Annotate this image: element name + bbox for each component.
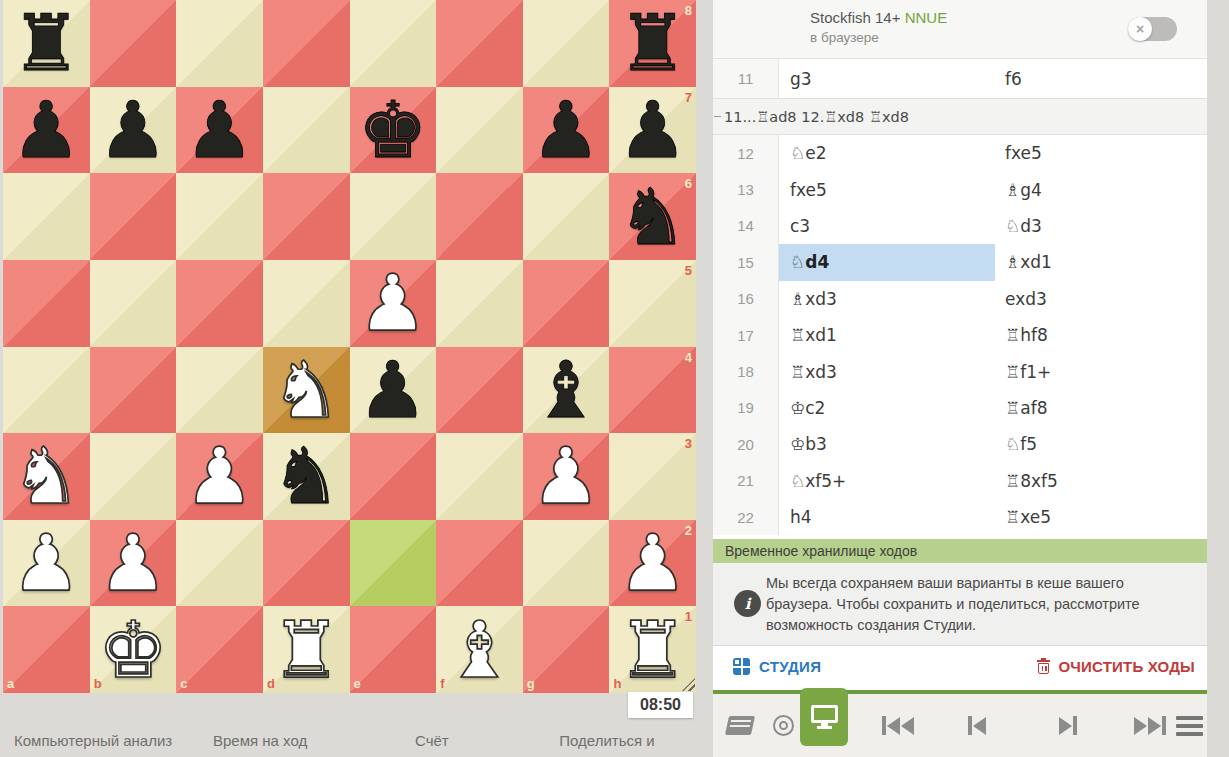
square-b6[interactable] bbox=[90, 173, 177, 260]
square-b3[interactable] bbox=[90, 433, 177, 520]
black-pawn[interactable]: ♟ bbox=[176, 87, 263, 174]
engine-title: Stockfish 14+ NNUE bbox=[810, 9, 947, 26]
square-d6[interactable] bbox=[263, 173, 350, 260]
square-c3[interactable]: ♟ bbox=[176, 433, 263, 520]
move-row-16: 16♗xd3exd3 bbox=[713, 281, 1207, 317]
move-row-19: 19♔c2♖af8 bbox=[713, 390, 1207, 426]
move-number: 17 bbox=[713, 317, 779, 353]
square-h2[interactable]: ♟2 bbox=[609, 520, 696, 607]
square-b4[interactable] bbox=[90, 347, 177, 434]
move-number: 21 bbox=[713, 463, 779, 499]
white-move-15[interactable]: ♘d4 bbox=[779, 244, 995, 280]
square-e6[interactable] bbox=[350, 173, 437, 260]
square-c5[interactable] bbox=[176, 260, 263, 347]
square-e2[interactable] bbox=[350, 520, 437, 607]
jump-to-end-button[interactable] bbox=[1133, 694, 1167, 757]
square-c4[interactable] bbox=[176, 347, 263, 434]
square-e7[interactable]: ♚ bbox=[350, 87, 437, 174]
tab-score[interactable]: Счёт bbox=[415, 731, 449, 750]
black-rook[interactable]: ♜ bbox=[609, 0, 696, 87]
square-d8[interactable] bbox=[263, 0, 350, 87]
clock-time: 08:50 bbox=[640, 696, 681, 714]
black-move-12[interactable]: fxe5 bbox=[995, 135, 1207, 171]
square-f7[interactable] bbox=[436, 87, 523, 174]
white-move-11[interactable]: g3 bbox=[779, 59, 995, 98]
menu-button[interactable] bbox=[1174, 694, 1204, 757]
square-h1[interactable]: ♜h1 bbox=[609, 606, 696, 693]
square-h6[interactable]: ♞6 bbox=[609, 173, 696, 260]
coord-file-b: b bbox=[94, 676, 102, 691]
square-a3[interactable]: ♞ bbox=[3, 433, 90, 520]
black-king[interactable]: ♚ bbox=[350, 87, 437, 174]
square-f1[interactable]: ♝f bbox=[436, 606, 523, 693]
move-number: 15 bbox=[713, 244, 779, 280]
target-icon bbox=[773, 715, 794, 736]
variation-tick bbox=[714, 116, 721, 118]
move-number: 18 bbox=[713, 353, 779, 389]
square-d2[interactable] bbox=[263, 520, 350, 607]
clear-moves-label: ОЧИСТИТЬ ХОДЫ bbox=[1058, 658, 1195, 675]
move-number: 16 bbox=[713, 281, 779, 317]
variation-line[interactable]: 11...♖ad8 12.♖xd8 ♖xd8 bbox=[713, 98, 1207, 135]
white-move-18[interactable]: ♖xd3 bbox=[779, 353, 995, 389]
white-move-14[interactable]: c3 bbox=[779, 208, 995, 244]
black-rook[interactable]: ♜ bbox=[3, 0, 90, 87]
white-move-20[interactable]: ♔b3 bbox=[779, 426, 995, 462]
move-number: 22 bbox=[713, 499, 779, 535]
black-move-22[interactable]: ♖xe5 bbox=[995, 499, 1207, 535]
toggle-x-icon: × bbox=[1136, 21, 1144, 37]
engine-header: Stockfish 14+ NNUE в браузере × bbox=[713, 0, 1207, 59]
next-move-button[interactable] bbox=[1056, 694, 1080, 757]
coord-file-g: g bbox=[527, 676, 535, 691]
studio-button[interactable]: СТУДИЯ bbox=[733, 658, 821, 675]
black-pawn[interactable]: ♟ bbox=[523, 87, 610, 174]
black-pawn[interactable]: ♟ bbox=[3, 87, 90, 174]
move-row-18: 18♖xd3♖f1+ bbox=[713, 353, 1207, 389]
square-c8[interactable] bbox=[176, 0, 263, 87]
square-f4[interactable] bbox=[436, 347, 523, 434]
black-move-15[interactable]: ♗xd1 bbox=[995, 244, 1207, 280]
clock: 08:50 bbox=[628, 692, 693, 718]
square-e1[interactable]: e bbox=[350, 606, 437, 693]
move-row-20: 20♔b3♘f5 bbox=[713, 426, 1207, 462]
engine-name: Stockfish 14+ bbox=[810, 9, 900, 26]
black-pawn[interactable]: ♟ bbox=[90, 87, 177, 174]
practice-button[interactable] bbox=[766, 694, 800, 757]
computer-analysis-toggle-button[interactable] bbox=[800, 688, 848, 746]
square-d1[interactable]: ♜d bbox=[263, 606, 350, 693]
white-move-13[interactable]: fxe5 bbox=[779, 171, 995, 207]
storage-info-text: Мы всегда сохраняем ваши варианты в кеше… bbox=[766, 573, 1193, 636]
move-number: 14 bbox=[713, 208, 779, 244]
square-b8[interactable] bbox=[90, 0, 177, 87]
black-move-14[interactable]: ♘d3 bbox=[995, 208, 1207, 244]
white-move-12[interactable]: ♘e2 bbox=[779, 135, 995, 171]
square-a1[interactable]: a bbox=[3, 606, 90, 693]
square-b7[interactable]: ♟ bbox=[90, 87, 177, 174]
black-move-20[interactable]: ♘f5 bbox=[995, 426, 1207, 462]
square-h8[interactable]: ♜8 bbox=[609, 0, 696, 87]
move-number: 12 bbox=[713, 135, 779, 171]
move-row-11: 11g3f6 bbox=[713, 59, 1207, 98]
move-row-17: 17♖xd1♖hf8 bbox=[713, 317, 1207, 353]
coord-rank-1: 1 bbox=[685, 609, 692, 624]
white-pawn[interactable]: ♟ bbox=[3, 520, 90, 607]
move-list[interactable]: 11g3f611...♖ad8 12.♖xd8 ♖xd812♘e2fxe513f… bbox=[713, 59, 1207, 536]
book-icon bbox=[725, 716, 755, 735]
square-c6[interactable] bbox=[176, 173, 263, 260]
white-pawn[interactable]: ♟ bbox=[350, 260, 437, 347]
storage-info-box: i Мы всегда сохраняем ваши варианты в ке… bbox=[713, 563, 1207, 645]
coord-rank-7: 7 bbox=[685, 90, 692, 105]
square-g2[interactable] bbox=[523, 520, 610, 607]
white-pawn[interactable]: ♟ bbox=[176, 433, 263, 520]
square-g5[interactable] bbox=[523, 260, 610, 347]
black-move-18[interactable]: ♖f1+ bbox=[995, 353, 1207, 389]
square-f2[interactable] bbox=[436, 520, 523, 607]
white-move-16[interactable]: ♗xd3 bbox=[779, 281, 995, 317]
chess-board[interactable]: ♜♜8♟♟♟♚♟♟7♞6♟5♞♟♝4♞♟♞♟3♟♟♟2a♚bc♜de♝fg♜h1 bbox=[3, 0, 696, 693]
square-b5[interactable] bbox=[90, 260, 177, 347]
coord-file-a: a bbox=[7, 676, 14, 691]
coord-file-c: c bbox=[180, 676, 187, 691]
studio-button-label: СТУДИЯ bbox=[759, 658, 821, 675]
variation-text: 11...♖ad8 12.♖xd8 ♖xd8 bbox=[724, 109, 909, 125]
engine-subtitle: в браузере bbox=[810, 30, 879, 45]
square-g6[interactable] bbox=[523, 173, 610, 260]
coord-file-d: d bbox=[267, 676, 275, 691]
engine-nnue-badge: NNUE bbox=[905, 9, 948, 26]
square-d7[interactable] bbox=[263, 87, 350, 174]
square-c7[interactable]: ♟ bbox=[176, 87, 263, 174]
square-e3[interactable] bbox=[350, 433, 437, 520]
black-pawn[interactable]: ♟ bbox=[609, 87, 696, 174]
square-h3[interactable]: 3 bbox=[609, 433, 696, 520]
clear-moves-button[interactable]: ОЧИСТИТЬ ХОДЫ bbox=[1037, 658, 1195, 675]
coord-rank-3: 3 bbox=[685, 436, 692, 451]
coord-rank-2: 2 bbox=[685, 523, 692, 538]
square-a6[interactable] bbox=[3, 173, 90, 260]
white-move-17[interactable]: ♖xd1 bbox=[779, 317, 995, 353]
square-c2[interactable] bbox=[176, 520, 263, 607]
square-h4[interactable]: 4 bbox=[609, 347, 696, 434]
monitor-icon bbox=[811, 705, 838, 729]
move-row-22: 22h4♖xe5 bbox=[713, 499, 1207, 535]
square-g7[interactable]: ♟ bbox=[523, 87, 610, 174]
square-f5[interactable] bbox=[436, 260, 523, 347]
white-knight[interactable]: ♞ bbox=[3, 433, 90, 520]
coord-rank-5: 5 bbox=[685, 263, 692, 278]
trash-icon bbox=[1037, 658, 1050, 675]
jump-to-start-button[interactable] bbox=[881, 694, 915, 757]
move-number: 13 bbox=[713, 171, 779, 207]
tab-move-time[interactable]: Время на ход bbox=[213, 731, 307, 750]
square-f6[interactable] bbox=[436, 173, 523, 260]
engine-toggle-knob: × bbox=[1128, 17, 1152, 41]
move-row-12: 12♘e2fxe5 bbox=[713, 135, 1207, 171]
engine-toggle[interactable]: × bbox=[1128, 17, 1177, 41]
coord-file-f: f bbox=[440, 676, 444, 691]
previous-move-button[interactable] bbox=[965, 694, 989, 757]
move-row-15: 15♘d4♗xd1 bbox=[713, 244, 1207, 280]
white-bishop[interactable]: ♝ bbox=[436, 606, 523, 693]
coord-file-e: e bbox=[354, 676, 361, 691]
square-f8[interactable] bbox=[436, 0, 523, 87]
playback-controls bbox=[713, 694, 1207, 757]
move-number: 19 bbox=[713, 390, 779, 426]
square-e8[interactable] bbox=[350, 0, 437, 87]
info-icon-glyph: i bbox=[745, 595, 751, 613]
square-g1[interactable]: g bbox=[523, 606, 610, 693]
square-f3[interactable] bbox=[436, 433, 523, 520]
move-row-21: 21♘xf5+♖8xf5 bbox=[713, 463, 1207, 499]
opening-book-button[interactable] bbox=[723, 694, 757, 757]
move-row-14: 14c3♘d3 bbox=[713, 208, 1207, 244]
move-number: 20 bbox=[713, 426, 779, 462]
square-g8[interactable] bbox=[523, 0, 610, 87]
square-c1[interactable]: c bbox=[176, 606, 263, 693]
square-a5[interactable] bbox=[3, 260, 90, 347]
action-bar: СТУДИЯ ОЧИСТИТЬ ХОДЫ bbox=[713, 645, 1207, 690]
square-a4[interactable] bbox=[3, 347, 90, 434]
black-knight[interactable]: ♞ bbox=[263, 433, 350, 520]
black-move-21[interactable]: ♖8xf5 bbox=[995, 463, 1207, 499]
square-h7[interactable]: ♟7 bbox=[609, 87, 696, 174]
square-e5[interactable]: ♟ bbox=[350, 260, 437, 347]
white-move-21[interactable]: ♘xf5+ bbox=[779, 463, 995, 499]
info-icon: i bbox=[734, 590, 761, 617]
white-knight[interactable]: ♞ bbox=[263, 347, 350, 434]
white-pawn[interactable]: ♟ bbox=[90, 520, 177, 607]
tab-computer-analysis[interactable]: Компьютерный анализ bbox=[14, 731, 172, 750]
white-rook[interactable]: ♜ bbox=[609, 606, 696, 693]
black-pawn[interactable]: ♟ bbox=[350, 347, 437, 434]
white-pawn[interactable]: ♟ bbox=[523, 433, 610, 520]
black-move-19[interactable]: ♖af8 bbox=[995, 390, 1207, 426]
square-b2[interactable]: ♟ bbox=[90, 520, 177, 607]
black-move-16[interactable]: exd3 bbox=[995, 281, 1207, 317]
storage-bar-title: Временное хранилище ходов bbox=[713, 539, 1207, 563]
black-knight[interactable]: ♞ bbox=[609, 173, 696, 260]
square-d3[interactable]: ♞ bbox=[263, 433, 350, 520]
coord-file-h: h bbox=[613, 676, 621, 691]
square-d5[interactable] bbox=[263, 260, 350, 347]
square-g3[interactable]: ♟ bbox=[523, 433, 610, 520]
square-d4[interactable]: ♞ bbox=[263, 347, 350, 434]
white-king[interactable]: ♚ bbox=[90, 606, 177, 693]
square-h5[interactable]: 5 bbox=[609, 260, 696, 347]
analysis-panel: Stockfish 14+ NNUE в браузере × 11g3f611… bbox=[713, 0, 1207, 757]
tab-share-export[interactable]: Поделиться и экспортировать bbox=[545, 731, 669, 757]
move-number: 11 bbox=[713, 59, 779, 98]
white-pawn[interactable]: ♟ bbox=[609, 520, 696, 607]
coord-rank-8: 8 bbox=[685, 3, 692, 18]
black-move-13[interactable]: ♗g4 bbox=[995, 171, 1207, 207]
black-bishop[interactable]: ♝ bbox=[523, 347, 610, 434]
square-a7[interactable]: ♟ bbox=[3, 87, 90, 174]
black-move-17[interactable]: ♖hf8 bbox=[995, 317, 1207, 353]
square-g4[interactable]: ♝ bbox=[523, 347, 610, 434]
coord-rank-4: 4 bbox=[685, 350, 692, 365]
coord-rank-6: 6 bbox=[685, 176, 692, 191]
square-b1[interactable]: ♚b bbox=[90, 606, 177, 693]
white-move-22[interactable]: h4 bbox=[779, 499, 995, 535]
studio-icon bbox=[733, 658, 750, 675]
square-a2[interactable]: ♟ bbox=[3, 520, 90, 607]
white-move-19[interactable]: ♔c2 bbox=[779, 390, 995, 426]
black-move-11[interactable]: f6 bbox=[995, 59, 1207, 98]
white-rook[interactable]: ♜ bbox=[263, 606, 350, 693]
square-a8[interactable]: ♜ bbox=[3, 0, 90, 87]
square-e4[interactable]: ♟ bbox=[350, 347, 437, 434]
move-row-13: 13fxe5♗g4 bbox=[713, 171, 1207, 207]
